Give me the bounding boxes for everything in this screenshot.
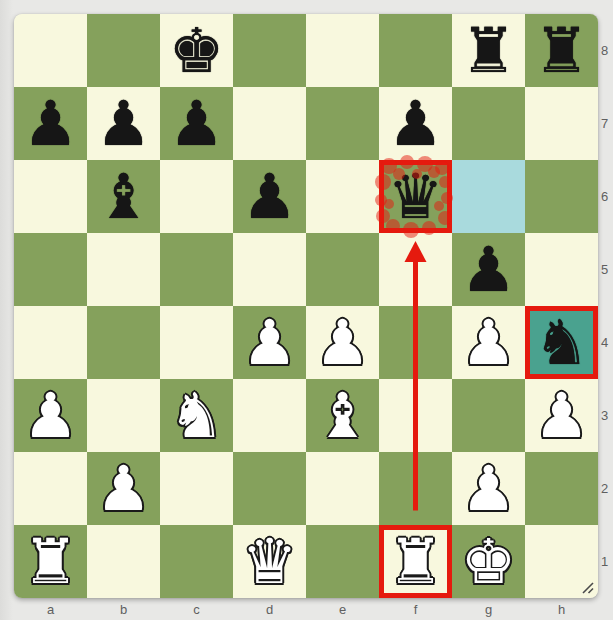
square-g1[interactable]: ♚ xyxy=(452,525,525,598)
chess-board: ♚♜♜♟♟♟♟♝♟♛♟♟♟♟♞♟♞♝♟♟♟♜♛♜♚ xyxy=(14,14,598,598)
piece-black-king[interactable]: ♚ xyxy=(160,14,233,87)
square-b5[interactable] xyxy=(87,233,160,306)
piece-black-pawn[interactable]: ♟ xyxy=(233,160,306,233)
file-label-b: b xyxy=(87,601,160,618)
piece-white-pawn[interactable]: ♟ xyxy=(452,452,525,525)
piece-white-king[interactable]: ♚ xyxy=(452,525,525,598)
piece-white-bishop[interactable]: ♝ xyxy=(306,379,379,452)
square-g7[interactable] xyxy=(452,87,525,160)
file-label-f: f xyxy=(379,601,452,618)
square-b1[interactable] xyxy=(87,525,160,598)
square-d5[interactable] xyxy=(233,233,306,306)
square-a3[interactable]: ♟ xyxy=(14,379,87,452)
square-f3[interactable] xyxy=(379,379,452,452)
square-h5[interactable] xyxy=(525,233,598,306)
square-c5[interactable] xyxy=(160,233,233,306)
rank-label-3: 3 xyxy=(601,408,613,424)
square-d8[interactable] xyxy=(233,14,306,87)
rank-label-5: 5 xyxy=(601,262,613,278)
square-c8[interactable]: ♚ xyxy=(160,14,233,87)
square-d6[interactable]: ♟ xyxy=(233,160,306,233)
piece-black-queen[interactable]: ♛ xyxy=(379,160,452,233)
square-g3[interactable] xyxy=(452,379,525,452)
square-e8[interactable] xyxy=(306,14,379,87)
resize-handle-icon[interactable] xyxy=(580,580,595,595)
square-a4[interactable] xyxy=(14,306,87,379)
square-d3[interactable] xyxy=(233,379,306,452)
rank-label-8: 8 xyxy=(601,43,613,59)
square-h6[interactable] xyxy=(525,160,598,233)
chess-board-container: ♚♜♜♟♟♟♟♝♟♛♟♟♟♟♞♟♞♝♟♟♟♜♛♜♚ xyxy=(14,14,598,598)
square-b6[interactable]: ♝ xyxy=(87,160,160,233)
square-e4[interactable]: ♟ xyxy=(306,306,379,379)
square-a5[interactable] xyxy=(14,233,87,306)
square-c6[interactable] xyxy=(160,160,233,233)
rank-label-6: 6 xyxy=(601,189,613,205)
file-label-e: e xyxy=(306,601,379,618)
piece-white-queen[interactable]: ♛ xyxy=(233,525,306,598)
square-b7[interactable]: ♟ xyxy=(87,87,160,160)
square-f4[interactable] xyxy=(379,306,452,379)
rank-label-1: 1 xyxy=(601,554,613,570)
square-e5[interactable] xyxy=(306,233,379,306)
square-d4[interactable]: ♟ xyxy=(233,306,306,379)
square-g5[interactable]: ♟ xyxy=(452,233,525,306)
square-f7[interactable]: ♟ xyxy=(379,87,452,160)
piece-black-knight[interactable]: ♞ xyxy=(525,306,598,379)
piece-black-bishop[interactable]: ♝ xyxy=(87,160,160,233)
square-b2[interactable]: ♟ xyxy=(87,452,160,525)
square-g8[interactable]: ♜ xyxy=(452,14,525,87)
square-g2[interactable]: ♟ xyxy=(452,452,525,525)
square-a2[interactable] xyxy=(14,452,87,525)
square-c4[interactable] xyxy=(160,306,233,379)
piece-white-pawn[interactable]: ♟ xyxy=(87,452,160,525)
square-b8[interactable] xyxy=(87,14,160,87)
piece-black-pawn[interactable]: ♟ xyxy=(87,87,160,160)
square-a7[interactable]: ♟ xyxy=(14,87,87,160)
square-a1[interactable]: ♜ xyxy=(14,525,87,598)
square-d2[interactable] xyxy=(233,452,306,525)
file-label-a: a xyxy=(14,601,87,618)
file-label-d: d xyxy=(233,601,306,618)
square-a8[interactable] xyxy=(14,14,87,87)
square-c3[interactable]: ♞ xyxy=(160,379,233,452)
rank-label-7: 7 xyxy=(601,116,613,132)
square-e7[interactable] xyxy=(306,87,379,160)
piece-white-rook[interactable]: ♜ xyxy=(379,525,452,598)
square-h2[interactable] xyxy=(525,452,598,525)
square-a6[interactable] xyxy=(14,160,87,233)
square-f8[interactable] xyxy=(379,14,452,87)
file-label-h: h xyxy=(525,601,598,618)
piece-white-pawn[interactable]: ♟ xyxy=(14,379,87,452)
piece-black-rook[interactable]: ♜ xyxy=(525,14,598,87)
piece-black-pawn[interactable]: ♟ xyxy=(160,87,233,160)
square-f1[interactable]: ♜ xyxy=(379,525,452,598)
square-f5[interactable] xyxy=(379,233,452,306)
square-h8[interactable]: ♜ xyxy=(525,14,598,87)
square-b3[interactable] xyxy=(87,379,160,452)
piece-black-pawn[interactable]: ♟ xyxy=(14,87,87,160)
square-e6[interactable] xyxy=(306,160,379,233)
square-e3[interactable]: ♝ xyxy=(306,379,379,452)
square-c1[interactable] xyxy=(160,525,233,598)
square-c2[interactable] xyxy=(160,452,233,525)
piece-white-pawn[interactable]: ♟ xyxy=(306,306,379,379)
rank-label-4: 4 xyxy=(601,335,613,351)
app-background: ♚♜♜♟♟♟♟♝♟♛♟♟♟♟♞♟♞♝♟♟♟♜♛♜♚ abcdefgh 87654… xyxy=(0,0,613,620)
square-e1[interactable] xyxy=(306,525,379,598)
square-h3[interactable]: ♟ xyxy=(525,379,598,452)
piece-white-knight[interactable]: ♞ xyxy=(160,379,233,452)
rank-label-2: 2 xyxy=(601,481,613,497)
file-label-g: g xyxy=(452,601,525,618)
piece-white-pawn[interactable]: ♟ xyxy=(233,306,306,379)
square-d7[interactable] xyxy=(233,87,306,160)
square-d1[interactable]: ♛ xyxy=(233,525,306,598)
square-h7[interactable] xyxy=(525,87,598,160)
square-c7[interactable]: ♟ xyxy=(160,87,233,160)
piece-black-pawn[interactable]: ♟ xyxy=(452,233,525,306)
piece-white-pawn[interactable]: ♟ xyxy=(452,306,525,379)
square-h4[interactable]: ♞ xyxy=(525,306,598,379)
square-g4[interactable]: ♟ xyxy=(452,306,525,379)
square-g6[interactable] xyxy=(452,160,525,233)
piece-black-pawn[interactable]: ♟ xyxy=(379,87,452,160)
piece-white-pawn[interactable]: ♟ xyxy=(525,379,598,452)
file-labels: abcdefgh xyxy=(14,601,598,618)
square-f6[interactable]: ♛ xyxy=(379,160,452,233)
square-f2[interactable] xyxy=(379,452,452,525)
piece-white-rook[interactable]: ♜ xyxy=(14,525,87,598)
piece-black-rook[interactable]: ♜ xyxy=(452,14,525,87)
file-label-c: c xyxy=(160,601,233,618)
square-b4[interactable] xyxy=(87,306,160,379)
square-e2[interactable] xyxy=(306,452,379,525)
